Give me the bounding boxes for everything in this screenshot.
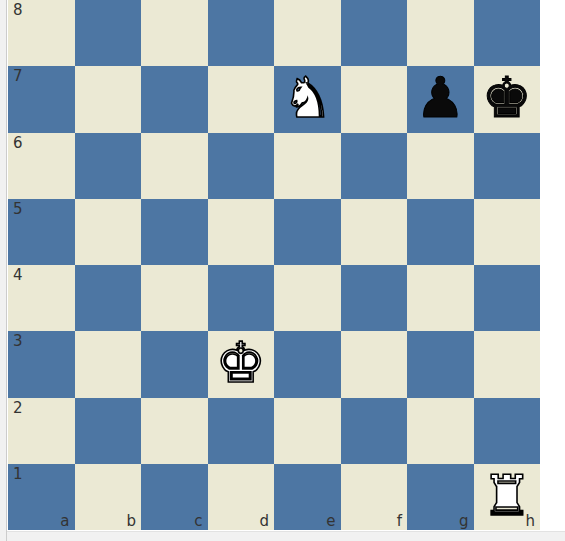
file-label-d: d bbox=[259, 512, 269, 530]
square-e8[interactable] bbox=[274, 0, 341, 66]
square-a7[interactable]: 7 bbox=[8, 66, 75, 132]
file-label-a: a bbox=[60, 512, 69, 530]
square-b8[interactable] bbox=[75, 0, 142, 66]
square-b6[interactable] bbox=[75, 133, 142, 199]
square-b7[interactable] bbox=[75, 66, 142, 132]
square-d5[interactable] bbox=[208, 199, 275, 265]
square-a1[interactable]: 1a bbox=[8, 464, 75, 530]
square-a4[interactable]: 4 bbox=[8, 265, 75, 331]
square-d1[interactable]: d bbox=[208, 464, 275, 530]
rank-label-8: 8 bbox=[13, 2, 23, 19]
square-a3[interactable]: 3 bbox=[8, 331, 75, 397]
rank-label-3: 3 bbox=[13, 333, 23, 350]
square-c4[interactable] bbox=[141, 265, 208, 331]
square-e3[interactable] bbox=[274, 331, 341, 397]
square-b3[interactable] bbox=[75, 331, 142, 397]
square-f1[interactable]: f bbox=[341, 464, 408, 530]
square-c2[interactable] bbox=[141, 398, 208, 464]
square-e4[interactable] bbox=[274, 265, 341, 331]
square-f6[interactable] bbox=[341, 133, 408, 199]
square-b5[interactable] bbox=[75, 199, 142, 265]
square-g3[interactable] bbox=[407, 331, 474, 397]
file-label-e: e bbox=[326, 512, 335, 530]
square-g2[interactable] bbox=[407, 398, 474, 464]
square-g1[interactable]: g bbox=[407, 464, 474, 530]
square-h6[interactable] bbox=[474, 133, 541, 199]
square-a6[interactable]: 6 bbox=[8, 133, 75, 199]
square-d8[interactable] bbox=[208, 0, 275, 66]
square-d3[interactable]: ♚ bbox=[208, 331, 275, 397]
square-b4[interactable] bbox=[75, 265, 142, 331]
square-g8[interactable] bbox=[407, 0, 474, 66]
square-g6[interactable] bbox=[407, 133, 474, 199]
chess-board: 87♞♟♚6543♚21abcdefgh♜ bbox=[8, 0, 540, 530]
square-f4[interactable] bbox=[341, 265, 408, 331]
square-f2[interactable] bbox=[341, 398, 408, 464]
square-b1[interactable]: b bbox=[75, 464, 142, 530]
left-gutter-strip bbox=[0, 0, 7, 541]
square-c6[interactable] bbox=[141, 133, 208, 199]
square-a8[interactable]: 8 bbox=[8, 0, 75, 66]
square-c8[interactable] bbox=[141, 0, 208, 66]
square-c3[interactable] bbox=[141, 331, 208, 397]
square-g4[interactable] bbox=[407, 265, 474, 331]
rank-label-6: 6 bbox=[13, 135, 23, 152]
chess-app-canvas: 87♞♟♚6543♚21abcdefgh♜ bbox=[0, 0, 565, 541]
piece-white-knight-e7[interactable]: ♞ bbox=[282, 70, 332, 126]
square-d7[interactable] bbox=[208, 66, 275, 132]
square-g5[interactable] bbox=[407, 199, 474, 265]
file-label-g: g bbox=[459, 512, 469, 530]
piece-black-pawn-g7[interactable]: ♟ bbox=[415, 70, 465, 126]
square-e6[interactable] bbox=[274, 133, 341, 199]
square-e7[interactable]: ♞ bbox=[274, 66, 341, 132]
square-b2[interactable] bbox=[75, 398, 142, 464]
square-h1[interactable]: h♜ bbox=[474, 464, 541, 530]
rank-label-4: 4 bbox=[13, 267, 23, 284]
square-c5[interactable] bbox=[141, 199, 208, 265]
square-h3[interactable] bbox=[474, 331, 541, 397]
square-e5[interactable] bbox=[274, 199, 341, 265]
square-d4[interactable] bbox=[208, 265, 275, 331]
piece-white-rook-h1[interactable]: ♜ bbox=[482, 468, 532, 524]
square-h7[interactable]: ♚ bbox=[474, 66, 541, 132]
square-e1[interactable]: e bbox=[274, 464, 341, 530]
square-e2[interactable] bbox=[274, 398, 341, 464]
file-label-c: c bbox=[194, 512, 202, 530]
piece-black-king-h7[interactable]: ♚ bbox=[482, 70, 532, 126]
square-h4[interactable] bbox=[474, 265, 541, 331]
square-c1[interactable]: c bbox=[141, 464, 208, 530]
piece-white-king-d3[interactable]: ♚ bbox=[216, 335, 266, 391]
square-h2[interactable] bbox=[474, 398, 541, 464]
square-a5[interactable]: 5 bbox=[8, 199, 75, 265]
square-h5[interactable] bbox=[474, 199, 541, 265]
rank-label-7: 7 bbox=[13, 68, 23, 85]
square-d2[interactable] bbox=[208, 398, 275, 464]
square-f5[interactable] bbox=[341, 199, 408, 265]
bottom-gutter-strip bbox=[7, 531, 565, 541]
rank-label-1: 1 bbox=[13, 466, 23, 483]
square-g7[interactable]: ♟ bbox=[407, 66, 474, 132]
square-h8[interactable] bbox=[474, 0, 541, 66]
square-f3[interactable] bbox=[341, 331, 408, 397]
square-f8[interactable] bbox=[341, 0, 408, 66]
file-label-b: b bbox=[126, 512, 136, 530]
square-a2[interactable]: 2 bbox=[8, 398, 75, 464]
file-label-f: f bbox=[397, 512, 402, 530]
square-c7[interactable] bbox=[141, 66, 208, 132]
square-d6[interactable] bbox=[208, 133, 275, 199]
square-f7[interactable] bbox=[341, 66, 408, 132]
rank-label-5: 5 bbox=[13, 201, 23, 218]
rank-label-2: 2 bbox=[13, 400, 23, 417]
